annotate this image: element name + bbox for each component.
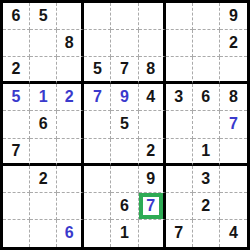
cell-r9c3[interactable]: 6: [57, 220, 84, 247]
cell-r9c7[interactable]: 7: [166, 220, 193, 247]
cell-r2c7[interactable]: [166, 30, 193, 57]
cell-r4c6[interactable]: 4: [139, 84, 166, 111]
cell-r7c5[interactable]: [111, 166, 138, 193]
cell-r7c4[interactable]: [84, 166, 111, 193]
cell-r6c5[interactable]: [111, 139, 138, 166]
cell-r8c9[interactable]: [220, 193, 247, 220]
cell-r4c7[interactable]: 3: [166, 84, 193, 111]
cell-r5c1[interactable]: [3, 111, 30, 138]
cell-r1c6[interactable]: [139, 3, 166, 30]
cell-r4c4[interactable]: 7: [84, 84, 111, 111]
cell-r3c5[interactable]: 7: [111, 57, 138, 84]
cell-r9c5[interactable]: 1: [111, 220, 138, 247]
cell-r5c5[interactable]: 5: [111, 111, 138, 138]
cell-r6c9[interactable]: [220, 139, 247, 166]
cell-r9c6[interactable]: [139, 220, 166, 247]
cell-r6c3[interactable]: [57, 139, 84, 166]
cell-r5c6[interactable]: [139, 111, 166, 138]
cell-r6c7[interactable]: [166, 139, 193, 166]
cell-r2c3[interactable]: 8: [57, 30, 84, 57]
cell-r6c1[interactable]: 7: [3, 139, 30, 166]
cell-r5c8[interactable]: [193, 111, 220, 138]
cell-r8c1[interactable]: [3, 193, 30, 220]
cell-r4c2[interactable]: 1: [30, 84, 57, 111]
cell-r9c4[interactable]: [84, 220, 111, 247]
cell-r9c1[interactable]: [3, 220, 30, 247]
cell-r6c6[interactable]: 2: [139, 139, 166, 166]
cell-r3c2[interactable]: [30, 57, 57, 84]
cell-r4c3[interactable]: 2: [57, 84, 84, 111]
cell-r8c2[interactable]: [30, 193, 57, 220]
cell-r1c1[interactable]: 6: [3, 3, 30, 30]
cell-r3c8[interactable]: [193, 57, 220, 84]
cell-r8c3[interactable]: [57, 193, 84, 220]
cell-r1c8[interactable]: [193, 3, 220, 30]
cell-r3c9[interactable]: [220, 57, 247, 84]
cell-r3c4[interactable]: 5: [84, 57, 111, 84]
cell-r5c3[interactable]: [57, 111, 84, 138]
cell-r4c9[interactable]: 8: [220, 84, 247, 111]
cell-r3c6[interactable]: 8: [139, 57, 166, 84]
cell-r7c8[interactable]: 3: [193, 166, 220, 193]
cell-r2c4[interactable]: [84, 30, 111, 57]
cell-r3c7[interactable]: [166, 57, 193, 84]
cell-r4c8[interactable]: 6: [193, 84, 220, 111]
cell-r1c4[interactable]: [84, 3, 111, 30]
cell-r3c1[interactable]: 2: [3, 57, 30, 84]
cell-r4c1[interactable]: 5: [3, 84, 30, 111]
cell-r7c2[interactable]: 2: [30, 166, 57, 193]
cell-r1c2[interactable]: 5: [30, 3, 57, 30]
cell-r5c9[interactable]: 7: [220, 111, 247, 138]
cell-r1c9[interactable]: 9: [220, 3, 247, 30]
cell-r9c9[interactable]: 4: [220, 220, 247, 247]
cell-r7c1[interactable]: [3, 166, 30, 193]
cell-r5c7[interactable]: [166, 111, 193, 138]
cell-r1c7[interactable]: [166, 3, 193, 30]
cell-r9c2[interactable]: [30, 220, 57, 247]
cell-r8c4[interactable]: [84, 193, 111, 220]
cell-r1c3[interactable]: [57, 3, 84, 30]
cell-r8c8[interactable]: 2: [193, 193, 220, 220]
cell-r8c7[interactable]: [166, 193, 193, 220]
cell-r6c4[interactable]: [84, 139, 111, 166]
cell-r7c6[interactable]: 9: [139, 166, 166, 193]
cell-r5c2[interactable]: 6: [30, 111, 57, 138]
cell-r2c2[interactable]: [30, 30, 57, 57]
sudoku-board: 6598225785127943686577212936726174: [0, 0, 250, 250]
cell-r8c5[interactable]: 6: [111, 193, 138, 220]
cell-r8c6-selected[interactable]: 7: [139, 193, 166, 220]
cell-r2c1[interactable]: [3, 30, 30, 57]
cell-r4c5[interactable]: 9: [111, 84, 138, 111]
cell-r9c8[interactable]: [193, 220, 220, 247]
cell-r2c6[interactable]: [139, 30, 166, 57]
cell-r6c2[interactable]: [30, 139, 57, 166]
cell-r3c3[interactable]: [57, 57, 84, 84]
cell-r5c4[interactable]: [84, 111, 111, 138]
cell-r6c8[interactable]: 1: [193, 139, 220, 166]
cell-r7c7[interactable]: [166, 166, 193, 193]
cell-r2c9[interactable]: 2: [220, 30, 247, 57]
cell-r7c3[interactable]: [57, 166, 84, 193]
cell-r7c9[interactable]: [220, 166, 247, 193]
cell-r1c5[interactable]: [111, 3, 138, 30]
cell-r2c5[interactable]: [111, 30, 138, 57]
cell-r2c8[interactable]: [193, 30, 220, 57]
